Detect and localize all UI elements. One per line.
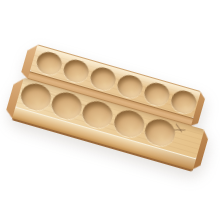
pit-back-6	[169, 87, 199, 115]
pit-back-3	[88, 64, 118, 92]
wooden-two-tier-pit-board	[4, 41, 220, 174]
pit-back-1	[34, 49, 64, 77]
pit-back-2	[61, 56, 91, 84]
pit-back-5	[142, 80, 172, 108]
product-photo-canvas	[0, 0, 220, 220]
pit-back-4	[115, 72, 145, 100]
